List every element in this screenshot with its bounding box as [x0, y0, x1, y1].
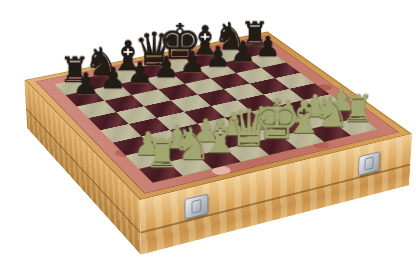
black-pawn-e7[interactable]: ♟	[180, 48, 206, 77]
black-pawn-h7[interactable]: ♟	[255, 33, 280, 61]
black-pawn-a7[interactable]: ♟	[73, 69, 100, 99]
latch-hasp-icon	[191, 199, 201, 214]
black-pawn-g7[interactable]: ♟	[231, 38, 256, 66]
square-a1[interactable]: ♜	[139, 162, 183, 183]
black-pawn-d7[interactable]: ♟	[154, 53, 180, 82]
scene-3d: ♜♞♝♛♚♝♞♜♟♟♟♟♟♟♟♟♟♟♟♟♟♟♟♟♜♞♝♛♚♝♞♜	[0, 0, 416, 262]
black-pawn-c7[interactable]: ♟	[127, 58, 153, 87]
latch-hasp-icon	[364, 156, 373, 170]
black-pawn-b7[interactable]: ♟	[100, 64, 126, 93]
black-pawn-f7[interactable]: ♟	[205, 43, 231, 72]
white-rook-a1[interactable]: ♜	[144, 134, 179, 173]
chess-box: ♜♞♝♛♚♝♞♜♟♟♟♟♟♟♟♟♟♟♟♟♟♟♟♟♜♞♝♛♚♝♞♜	[24, 31, 412, 200]
product-photo-canvas: ♜♞♝♛♚♝♞♜♟♟♟♟♟♟♟♟♟♟♟♟♟♟♟♟♜♞♝♛♚♝♞♜	[0, 0, 416, 262]
